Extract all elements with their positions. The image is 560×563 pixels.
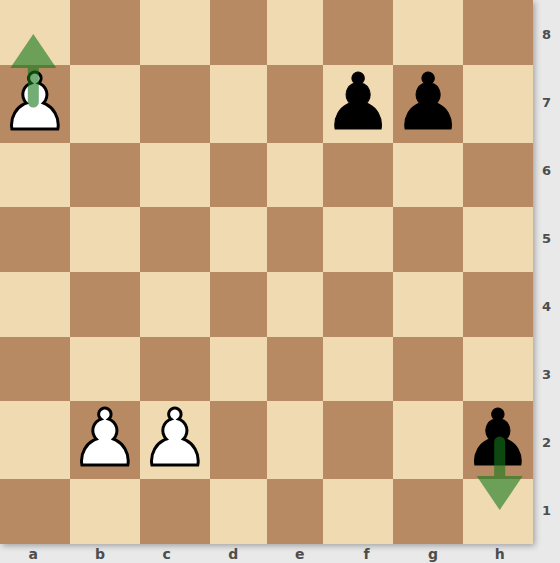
square-c5[interactable] (140, 207, 210, 272)
file-coordinates: abcdefgh (0, 544, 533, 563)
square-c3[interactable] (140, 337, 210, 402)
square-d2[interactable] (210, 401, 267, 479)
rank-label-4: 4 (533, 272, 560, 340)
square-b8[interactable] (70, 0, 140, 65)
rank-label-6: 6 (533, 136, 560, 204)
square-g1[interactable] (393, 479, 463, 544)
square-e3[interactable] (267, 337, 324, 402)
square-c4[interactable] (140, 272, 210, 337)
square-e8[interactable] (267, 0, 324, 65)
board-grid: ♟♟♟♟♟♟ (0, 0, 533, 544)
file-label-h: h (466, 544, 533, 563)
black-pawn[interactable]: ♟ (323, 63, 393, 141)
square-g6[interactable] (393, 143, 463, 208)
square-c2[interactable]: ♟ (140, 401, 210, 479)
square-h7[interactable] (463, 65, 533, 143)
file-label-f: f (333, 544, 400, 563)
square-f2[interactable] (323, 401, 393, 479)
square-h2[interactable]: ♟ (463, 401, 533, 479)
square-b2[interactable]: ♟ (70, 401, 140, 479)
square-f5[interactable] (323, 207, 393, 272)
square-a2[interactable] (0, 401, 70, 479)
square-c8[interactable] (140, 0, 210, 65)
square-f8[interactable] (323, 0, 393, 65)
square-d4[interactable] (210, 272, 267, 337)
square-g5[interactable] (393, 207, 463, 272)
square-h8[interactable] (463, 0, 533, 65)
square-g8[interactable] (393, 0, 463, 65)
square-a3[interactable] (0, 337, 70, 402)
square-c6[interactable] (140, 143, 210, 208)
black-pawn[interactable]: ♟ (393, 63, 463, 141)
square-g4[interactable] (393, 272, 463, 337)
square-a1[interactable] (0, 479, 70, 544)
square-c7[interactable] (140, 65, 210, 143)
square-f6[interactable] (323, 143, 393, 208)
square-g7[interactable]: ♟ (393, 65, 463, 143)
square-h4[interactable] (463, 272, 533, 337)
square-b3[interactable] (70, 337, 140, 402)
square-h6[interactable] (463, 143, 533, 208)
file-label-d: d (200, 544, 267, 563)
rank-label-3: 3 (533, 340, 560, 408)
rank-label-8: 8 (533, 0, 560, 68)
black-pawn[interactable]: ♟ (463, 399, 533, 477)
square-d7[interactable] (210, 65, 267, 143)
square-e5[interactable] (267, 207, 324, 272)
square-d6[interactable] (210, 143, 267, 208)
square-b5[interactable] (70, 207, 140, 272)
square-e2[interactable] (267, 401, 324, 479)
square-a6[interactable] (0, 143, 70, 208)
square-g3[interactable] (393, 337, 463, 402)
file-label-g: g (400, 544, 467, 563)
white-pawn[interactable]: ♟ (0, 63, 70, 141)
square-d5[interactable] (210, 207, 267, 272)
square-e1[interactable] (267, 479, 324, 544)
rank-label-5: 5 (533, 204, 560, 272)
rank-label-2: 2 (533, 408, 560, 476)
square-b4[interactable] (70, 272, 140, 337)
square-d8[interactable] (210, 0, 267, 65)
rank-label-7: 7 (533, 68, 560, 136)
square-b1[interactable] (70, 479, 140, 544)
square-f7[interactable]: ♟ (323, 65, 393, 143)
square-d3[interactable] (210, 337, 267, 402)
chess-app: ♟♟♟♟♟♟ 87654321 abcdefgh (0, 0, 560, 563)
white-pawn[interactable]: ♟ (70, 399, 140, 477)
square-e4[interactable] (267, 272, 324, 337)
file-label-a: a (0, 544, 67, 563)
square-b7[interactable] (70, 65, 140, 143)
file-label-b: b (67, 544, 134, 563)
white-pawn[interactable]: ♟ (140, 399, 210, 477)
square-d1[interactable] (210, 479, 267, 544)
square-h1[interactable] (463, 479, 533, 544)
square-a8[interactable] (0, 0, 70, 65)
square-h5[interactable] (463, 207, 533, 272)
square-f3[interactable] (323, 337, 393, 402)
square-a5[interactable] (0, 207, 70, 272)
file-label-e: e (267, 544, 334, 563)
chess-board: ♟♟♟♟♟♟ (0, 0, 533, 544)
square-a7[interactable]: ♟ (0, 65, 70, 143)
file-label-c: c (133, 544, 200, 563)
rank-label-1: 1 (533, 476, 560, 544)
square-e6[interactable] (267, 143, 324, 208)
rank-coordinates: 87654321 (533, 0, 560, 544)
square-f1[interactable] (323, 479, 393, 544)
square-h3[interactable] (463, 337, 533, 402)
square-a4[interactable] (0, 272, 70, 337)
square-e7[interactable] (267, 65, 324, 143)
square-b6[interactable] (70, 143, 140, 208)
square-g2[interactable] (393, 401, 463, 479)
square-f4[interactable] (323, 272, 393, 337)
square-c1[interactable] (140, 479, 210, 544)
